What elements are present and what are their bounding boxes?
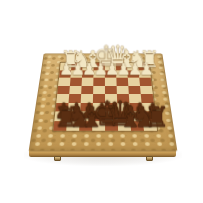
- black-rook[interactable]: ♜: [144, 103, 157, 131]
- square-a4[interactable]: [140, 86, 153, 94]
- black-rook[interactable]: ♜: [53, 103, 66, 131]
- square-c4[interactable]: [117, 86, 129, 94]
- square-a3[interactable]: [139, 78, 151, 86]
- square-a2[interactable]: ♟: [139, 70, 151, 78]
- black-knight[interactable]: ♞: [66, 103, 79, 131]
- square-f8[interactable]: ♝: [79, 121, 92, 131]
- square-b3[interactable]: [128, 78, 140, 86]
- square-c3[interactable]: [116, 78, 128, 86]
- square-b8[interactable]: ♞: [130, 121, 144, 131]
- square-f4[interactable]: [81, 86, 93, 94]
- square-g4[interactable]: [69, 86, 81, 94]
- square-c2[interactable]: ♟: [116, 70, 128, 78]
- square-d2[interactable]: ♟: [105, 70, 116, 78]
- square-h8[interactable]: ♜: [53, 121, 67, 131]
- square-b2[interactable]: ♟: [127, 70, 139, 78]
- square-b4[interactable]: [128, 86, 140, 94]
- square-a8[interactable]: ♜: [143, 121, 157, 131]
- black-king[interactable]: ♚: [92, 97, 105, 130]
- square-g2[interactable]: ♟: [71, 70, 83, 78]
- square-f3[interactable]: [82, 78, 94, 86]
- white-pawn[interactable]: ♟: [116, 62, 127, 78]
- square-d3[interactable]: [105, 78, 117, 86]
- white-pawn[interactable]: ♟: [71, 62, 82, 78]
- square-e8[interactable]: ♚: [92, 121, 105, 131]
- square-h3[interactable]: [58, 78, 70, 86]
- square-g8[interactable]: ♞: [66, 121, 79, 131]
- square-c8[interactable]: ♝: [118, 121, 131, 131]
- square-d4[interactable]: [105, 86, 117, 94]
- square-e3[interactable]: [93, 78, 105, 86]
- square-e4[interactable]: [93, 86, 105, 94]
- black-bishop[interactable]: ♝: [79, 103, 92, 131]
- white-pawn[interactable]: ♟: [59, 62, 70, 78]
- black-queen[interactable]: ♛: [105, 97, 118, 130]
- square-h2[interactable]: ♟: [59, 70, 71, 78]
- white-pawn[interactable]: ♟: [82, 62, 93, 78]
- square-f2[interactable]: ♟: [82, 70, 94, 78]
- white-pawn[interactable]: ♟: [93, 62, 104, 78]
- white-pawn[interactable]: ♟: [105, 62, 116, 78]
- checkerboard: ♜♞♝♚♛♝♞♜♟♟♟♟♟♟♟♟♟♟♟♟♟♟♟♟♜♞♝♚♛♝♞♜: [52, 62, 158, 131]
- square-d8[interactable]: ♛: [105, 121, 118, 131]
- white-pawn[interactable]: ♟: [128, 62, 139, 78]
- black-knight[interactable]: ♞: [131, 103, 144, 131]
- square-h4[interactable]: [57, 86, 70, 94]
- white-pawn[interactable]: ♟: [139, 62, 150, 78]
- black-bishop[interactable]: ♝: [118, 103, 131, 131]
- square-e2[interactable]: ♟: [93, 70, 104, 78]
- chess-set-scene: ♜♞♝♚♛♝♞♜♟♟♟♟♟♟♟♟♟♟♟♟♟♟♟♟♜♞♝♚♛♝♞♜: [37, 32, 169, 162]
- chess-board-frame: ♜♞♝♚♛♝♞♜♟♟♟♟♟♟♟♟♟♟♟♟♟♟♟♟♜♞♝♚♛♝♞♜: [29, 54, 178, 152]
- square-g3[interactable]: [70, 78, 82, 86]
